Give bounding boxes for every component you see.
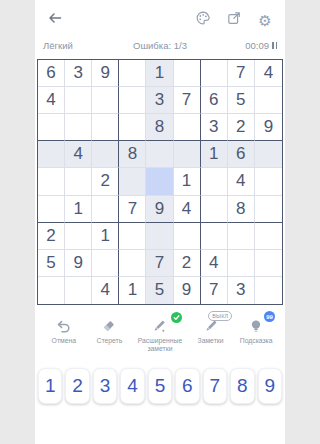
cell-r2c1[interactable]: 4 bbox=[38, 87, 65, 114]
number-pad: 123456789 bbox=[35, 354, 285, 404]
sudoku-app: ⚙ Лёгкий Ошибка: 1/3 00:09 6391744376583… bbox=[35, 0, 285, 444]
cell-r5c2[interactable] bbox=[65, 168, 92, 195]
cell-r6c4[interactable]: 7 bbox=[119, 196, 146, 223]
cell-r8c7[interactable]: 4 bbox=[201, 250, 228, 277]
cell-r6c7[interactable] bbox=[201, 196, 228, 223]
cell-r9c4[interactable]: 1 bbox=[119, 277, 146, 304]
back-button[interactable] bbox=[47, 12, 63, 28]
cell-r1c4[interactable] bbox=[119, 60, 146, 87]
mistakes-counter: Ошибка: 1/3 bbox=[121, 40, 199, 51]
cell-r9c8[interactable]: 3 bbox=[228, 277, 255, 304]
cell-r1c3[interactable]: 9 bbox=[92, 60, 119, 87]
cell-r4c2[interactable]: 4 bbox=[65, 141, 92, 168]
cell-r2c8[interactable]: 5 bbox=[228, 87, 255, 114]
enabled-check-badge bbox=[171, 312, 182, 323]
difficulty-label: Лёгкий bbox=[43, 40, 121, 51]
undo-label: Отмена bbox=[52, 337, 76, 345]
cell-r6c9[interactable] bbox=[255, 196, 282, 223]
share-button[interactable] bbox=[226, 12, 242, 28]
cell-r7c7[interactable] bbox=[201, 223, 228, 250]
cell-r3c7[interactable]: 3 bbox=[201, 114, 228, 141]
cell-r4c3[interactable] bbox=[92, 141, 119, 168]
cell-r2c5[interactable]: 3 bbox=[146, 87, 173, 114]
cell-r7c9[interactable] bbox=[255, 223, 282, 250]
pencil-icon bbox=[203, 317, 219, 334]
cell-r5c3[interactable]: 2 bbox=[92, 168, 119, 195]
cell-r8c2[interactable]: 9 bbox=[65, 250, 92, 277]
cell-r1c5[interactable]: 1 bbox=[146, 60, 173, 87]
erase-button[interactable]: Стереть bbox=[87, 317, 133, 345]
top-bar: ⚙ bbox=[35, 0, 285, 30]
cell-r9c6[interactable]: 9 bbox=[174, 277, 201, 304]
notes-button[interactable]: ВЫКЛ Заметки bbox=[188, 317, 234, 345]
pause-icon[interactable] bbox=[272, 42, 277, 49]
eraser-icon bbox=[101, 317, 117, 334]
cell-r2c6[interactable]: 7 bbox=[174, 87, 201, 114]
cell-r5c6[interactable]: 1 bbox=[174, 168, 201, 195]
cell-r3c4[interactable] bbox=[119, 114, 146, 141]
cell-r1c8[interactable]: 7 bbox=[228, 60, 255, 87]
cell-r7c4[interactable] bbox=[119, 223, 146, 250]
cell-r4c1[interactable] bbox=[38, 141, 65, 168]
timer-value: 00:09 bbox=[245, 40, 269, 51]
numpad-key-6[interactable]: 6 bbox=[175, 368, 199, 404]
cell-r6c1[interactable] bbox=[38, 196, 65, 223]
cell-r9c1[interactable] bbox=[38, 277, 65, 304]
cell-r3c5[interactable]: 8 bbox=[146, 114, 173, 141]
cell-r2c3[interactable] bbox=[92, 87, 119, 114]
cell-r2c7[interactable]: 6 bbox=[201, 87, 228, 114]
cell-r5c4[interactable] bbox=[119, 168, 146, 195]
undo-icon bbox=[55, 317, 72, 334]
cell-r2c9[interactable] bbox=[255, 87, 282, 114]
theme-button[interactable] bbox=[195, 12, 211, 28]
erase-label: Стереть bbox=[97, 337, 123, 345]
cell-r9c7[interactable]: 7 bbox=[201, 277, 228, 304]
gear-icon: ⚙ bbox=[258, 13, 271, 28]
cell-r3c9[interactable]: 9 bbox=[255, 114, 282, 141]
undo-button[interactable]: Отмена bbox=[41, 317, 87, 345]
cell-r8c6[interactable]: 2 bbox=[174, 250, 201, 277]
cell-r4c4[interactable]: 8 bbox=[119, 141, 146, 168]
cell-r9c3[interactable]: 4 bbox=[92, 277, 119, 304]
back-arrow-icon bbox=[47, 10, 63, 30]
cell-r1c2[interactable]: 3 bbox=[65, 60, 92, 87]
cell-r7c2[interactable] bbox=[65, 223, 92, 250]
cell-r7c8[interactable] bbox=[228, 223, 255, 250]
magic-pencil-icon bbox=[151, 317, 168, 334]
notes-label: Заметки bbox=[198, 337, 224, 345]
hint-count-badge: 99 bbox=[264, 311, 275, 322]
cell-r4c9[interactable] bbox=[255, 141, 282, 168]
cell-r8c8[interactable] bbox=[228, 250, 255, 277]
cell-r5c9[interactable] bbox=[255, 168, 282, 195]
cell-r8c4[interactable] bbox=[119, 250, 146, 277]
cell-r3c6[interactable] bbox=[174, 114, 201, 141]
cell-r8c3[interactable] bbox=[92, 250, 119, 277]
cell-r5c8[interactable]: 4 bbox=[228, 168, 255, 195]
advanced-notes-button[interactable]: Расширенные заметки bbox=[132, 317, 188, 354]
cell-r3c2[interactable] bbox=[65, 114, 92, 141]
status-row: Лёгкий Ошибка: 1/3 00:09 bbox=[35, 30, 285, 57]
numpad-key-4[interactable]: 4 bbox=[120, 368, 144, 404]
cell-r7c5[interactable] bbox=[146, 223, 173, 250]
cell-r6c5[interactable]: 9 bbox=[146, 196, 173, 223]
cell-r5c7[interactable] bbox=[201, 168, 228, 195]
cell-r4c8[interactable]: 6 bbox=[228, 141, 255, 168]
cell-r5c5[interactable] bbox=[146, 168, 173, 195]
cell-r1c1[interactable]: 6 bbox=[38, 60, 65, 87]
cell-r9c9[interactable] bbox=[255, 277, 282, 304]
cell-r4c5[interactable] bbox=[146, 141, 173, 168]
numpad-key-3[interactable]: 3 bbox=[93, 368, 117, 404]
cell-r7c1[interactable]: 2 bbox=[38, 223, 65, 250]
cell-r1c9[interactable]: 4 bbox=[255, 60, 282, 87]
toolbar: Отмена Стереть bbox=[35, 305, 285, 354]
cell-r9c5[interactable]: 5 bbox=[146, 277, 173, 304]
hint-button[interactable]: 99 Подсказка bbox=[233, 317, 279, 345]
numpad-key-5[interactable]: 5 bbox=[148, 368, 172, 404]
settings-button[interactable]: ⚙ bbox=[257, 12, 273, 28]
cell-r8c1[interactable]: 5 bbox=[38, 250, 65, 277]
palette-icon bbox=[195, 10, 211, 30]
cell-r5c1[interactable] bbox=[38, 168, 65, 195]
cell-r3c8[interactable]: 2 bbox=[228, 114, 255, 141]
cell-r7c3[interactable]: 1 bbox=[92, 223, 119, 250]
cell-r3c1[interactable] bbox=[38, 114, 65, 141]
lightbulb-icon bbox=[248, 317, 264, 334]
numpad-key-7[interactable]: 7 bbox=[203, 368, 227, 404]
hint-label: Подсказка bbox=[240, 337, 273, 345]
numpad-key-8[interactable]: 8 bbox=[230, 368, 254, 404]
cell-r6c6[interactable]: 4 bbox=[174, 196, 201, 223]
share-icon bbox=[226, 10, 242, 30]
cell-r6c8[interactable]: 8 bbox=[228, 196, 255, 223]
sudoku-board: 6391744376583294816214179482159724415973 bbox=[37, 59, 283, 305]
cell-r4c6[interactable] bbox=[174, 141, 201, 168]
cell-r6c2[interactable]: 1 bbox=[65, 196, 92, 223]
cell-r2c4[interactable] bbox=[119, 87, 146, 114]
cell-r2c2[interactable] bbox=[65, 87, 92, 114]
cell-r1c6[interactable] bbox=[174, 60, 201, 87]
cell-r6c3[interactable] bbox=[92, 196, 119, 223]
cell-r4c7[interactable]: 1 bbox=[201, 141, 228, 168]
numpad-key-9[interactable]: 9 bbox=[258, 368, 282, 404]
cell-r8c5[interactable]: 7 bbox=[146, 250, 173, 277]
cell-r8c9[interactable] bbox=[255, 250, 282, 277]
numpad-key-1[interactable]: 1 bbox=[38, 368, 62, 404]
advanced-notes-label: Расширенные заметки bbox=[132, 337, 188, 354]
numpad-key-2[interactable]: 2 bbox=[65, 368, 89, 404]
cell-r9c2[interactable] bbox=[65, 277, 92, 304]
cell-r1c7[interactable] bbox=[201, 60, 228, 87]
cell-r7c6[interactable] bbox=[174, 223, 201, 250]
cell-r3c3[interactable] bbox=[92, 114, 119, 141]
